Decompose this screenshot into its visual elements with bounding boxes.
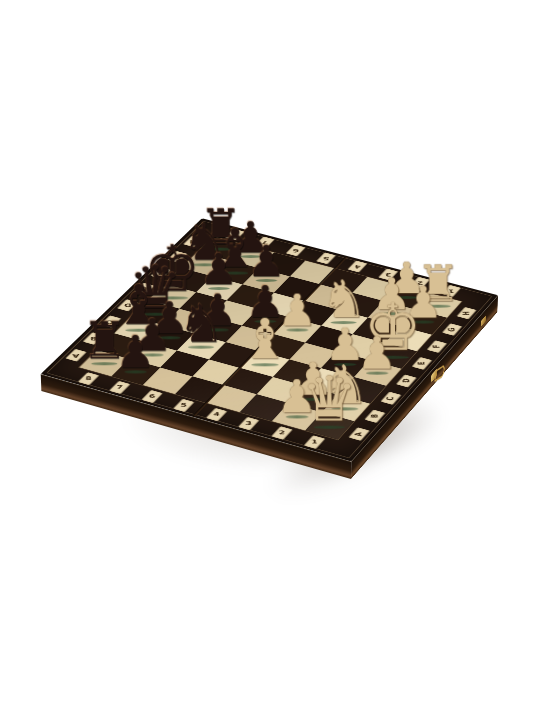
coord-label-text: 8 xyxy=(232,232,238,236)
clasp-loop xyxy=(434,364,445,382)
coord-label-text: D xyxy=(124,303,132,308)
coord-label-text: E xyxy=(141,287,147,292)
coord-label-text: H xyxy=(462,311,471,315)
coord-label-text: 5 xyxy=(323,256,329,260)
piece-light-queen: ♛ xyxy=(302,368,358,430)
product-photo: 88AA77BB66CC55DD44EE33FF22GG11HH ♜♟♞♝♟♟♚… xyxy=(0,0,540,720)
coord-label-text: 7 xyxy=(262,240,268,244)
coord-label-text: G xyxy=(174,255,181,259)
coord-label-text: F xyxy=(158,271,164,276)
chess-board: 88AA77BB66CC55DD44EE33FF22GG11HH ♜♟♞♝♟♟♚… xyxy=(41,218,498,461)
scene: 88AA77BB66CC55DD44EE33FF22GG11HH ♜♟♞♝♟♟♚… xyxy=(0,0,540,720)
coord-label-text: 1 xyxy=(448,289,454,294)
coord-label-text: H xyxy=(190,239,197,243)
pieces-layer: ♜♟♞♝♟♟♚♟♜♛♟♟♞♟♝♟♟♟♞♟♚♜♝♟♟♟♟♞♟♛ xyxy=(41,218,498,461)
brass-hinge-icon xyxy=(481,315,486,326)
coord-label-text: 6 xyxy=(292,248,298,252)
piece-light-bishop: ♝ xyxy=(240,312,290,368)
piece-dark-knight: ♞ xyxy=(178,297,225,349)
piece-dark-pawn: ♟ xyxy=(115,330,155,375)
coord-label-text: 4 xyxy=(354,264,360,269)
coord-label-text: 2 xyxy=(417,280,423,285)
piece-light-knight: ♞ xyxy=(321,273,367,325)
coord-label-text: 3 xyxy=(385,272,391,277)
brass-clasp-icon xyxy=(431,367,438,383)
coord-label-text: G xyxy=(447,328,456,332)
